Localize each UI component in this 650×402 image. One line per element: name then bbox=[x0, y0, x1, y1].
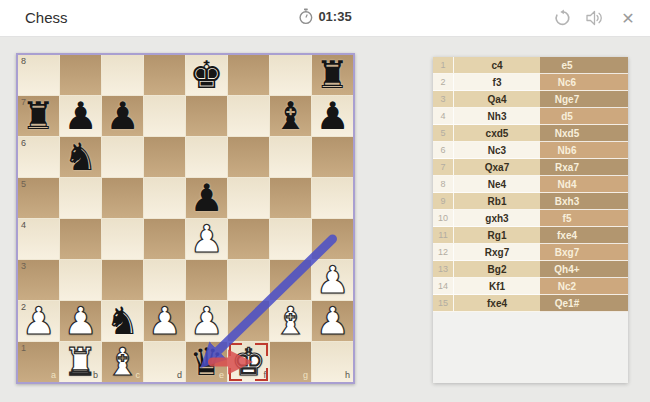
square-c4[interactable] bbox=[102, 219, 143, 259]
square-e6[interactable] bbox=[186, 137, 227, 177]
move-number: 7 bbox=[433, 159, 453, 176]
move-row: 7Qxa7Rxa7 bbox=[433, 159, 628, 176]
black-move[interactable]: Qh4+ bbox=[540, 261, 628, 278]
white-king[interactable]: ♚ bbox=[231, 342, 265, 382]
black-rook[interactable]: ♜ bbox=[315, 55, 349, 95]
square-e2[interactable]: ♟ bbox=[186, 301, 227, 341]
square-d8[interactable] bbox=[144, 55, 185, 95]
move-list: 1c4e52f3Nc63Qa4Nge74Nh3d55cxd5Nxd56Nc3Nb… bbox=[433, 57, 628, 312]
move-row: 12Rxg7Bxg7 bbox=[433, 244, 628, 261]
black-move[interactable]: Nc6 bbox=[540, 74, 628, 91]
square-f1[interactable]: f♚ bbox=[228, 342, 269, 382]
square-h8[interactable]: ♜ bbox=[312, 55, 353, 95]
move-row: 3Qa4Nge7 bbox=[433, 91, 628, 108]
square-a5[interactable]: 5 bbox=[18, 178, 59, 218]
rank-label: 1 bbox=[21, 344, 26, 353]
white-move[interactable]: Nc3 bbox=[453, 142, 540, 159]
move-number: 3 bbox=[433, 91, 453, 108]
chess-board: 8♚♜7♜♟♟♝♟6♞5♟4♟3♟2♟♟♞♟♟♝♟1ab♜c♝de♛f♚gh bbox=[16, 53, 355, 384]
move-row: 8Ne4Nd4 bbox=[433, 176, 628, 193]
white-move[interactable]: Rb1 bbox=[453, 193, 540, 210]
square-d3[interactable] bbox=[144, 260, 185, 300]
header: Chess 01:35 bbox=[0, 0, 650, 37]
move-number: 10 bbox=[433, 210, 453, 227]
square-f6[interactable] bbox=[228, 137, 269, 177]
file-label: h bbox=[345, 371, 350, 380]
black-king[interactable]: ♚ bbox=[189, 55, 223, 95]
move-number: 11 bbox=[433, 227, 453, 244]
square-f7[interactable] bbox=[228, 96, 269, 136]
square-f8[interactable] bbox=[228, 55, 269, 95]
move-number: 5 bbox=[433, 125, 453, 142]
black-knight[interactable]: ♞ bbox=[105, 301, 139, 341]
white-pawn[interactable]: ♟ bbox=[189, 301, 223, 341]
black-knight[interactable]: ♞ bbox=[63, 137, 97, 177]
square-c1[interactable]: c♝ bbox=[102, 342, 143, 382]
square-b1[interactable]: b♜ bbox=[60, 342, 101, 382]
move-row: 11Rg1fxe4 bbox=[433, 227, 628, 244]
square-h1[interactable]: h bbox=[312, 342, 353, 382]
move-row: 1c4e5 bbox=[433, 57, 628, 74]
white-move[interactable]: f3 bbox=[453, 74, 540, 91]
square-e3[interactable] bbox=[186, 260, 227, 300]
white-pawn[interactable]: ♟ bbox=[147, 301, 181, 341]
square-g1[interactable]: g bbox=[270, 342, 311, 382]
file-label: d bbox=[177, 371, 182, 380]
square-h2[interactable]: ♟ bbox=[312, 301, 353, 341]
square-g8[interactable] bbox=[270, 55, 311, 95]
square-a1[interactable]: 1a bbox=[18, 342, 59, 382]
white-pawn[interactable]: ♟ bbox=[189, 219, 223, 259]
white-move[interactable]: Qxa7 bbox=[453, 159, 540, 176]
rank-label: 4 bbox=[21, 221, 26, 230]
square-c5[interactable] bbox=[102, 178, 143, 218]
square-g7[interactable]: ♝ bbox=[270, 96, 311, 136]
square-b4[interactable] bbox=[60, 219, 101, 259]
timer: 01:35 bbox=[298, 8, 351, 25]
square-a4[interactable]: 4 bbox=[18, 219, 59, 259]
square-b2[interactable]: ♟ bbox=[60, 301, 101, 341]
move-number: 2 bbox=[433, 74, 453, 91]
square-c7[interactable]: ♟ bbox=[102, 96, 143, 136]
restart-icon bbox=[553, 9, 571, 27]
file-label: a bbox=[51, 371, 56, 380]
move-list-panel: 1c4e52f3Nc63Qa4Nge74Nh3d55cxd5Nxd56Nc3Nb… bbox=[433, 57, 628, 383]
square-e4[interactable]: ♟ bbox=[186, 219, 227, 259]
move-number: 1 bbox=[433, 57, 453, 74]
move-number: 9 bbox=[433, 193, 453, 210]
restart-button[interactable] bbox=[552, 8, 572, 28]
square-f4[interactable] bbox=[228, 219, 269, 259]
square-b7[interactable]: ♟ bbox=[60, 96, 101, 136]
rank-label: 8 bbox=[21, 57, 26, 66]
square-a6[interactable]: 6 bbox=[18, 137, 59, 177]
black-bishop[interactable]: ♝ bbox=[273, 96, 307, 136]
square-a7[interactable]: 7♜ bbox=[18, 96, 59, 136]
white-pawn[interactable]: ♟ bbox=[315, 260, 349, 300]
square-c3[interactable] bbox=[102, 260, 143, 300]
move-row: 15fxe4Qe1# bbox=[433, 295, 628, 312]
square-c6[interactable] bbox=[102, 137, 143, 177]
white-move[interactable]: Bg2 bbox=[453, 261, 540, 278]
white-bishop[interactable]: ♝ bbox=[105, 342, 139, 382]
black-move[interactable]: Nd4 bbox=[540, 176, 628, 193]
stopwatch-icon bbox=[298, 8, 313, 25]
square-d7[interactable] bbox=[144, 96, 185, 136]
square-b8[interactable] bbox=[60, 55, 101, 95]
square-a8[interactable]: 8 bbox=[18, 55, 59, 95]
square-b3[interactable] bbox=[60, 260, 101, 300]
black-rook[interactable]: ♜ bbox=[21, 96, 55, 136]
move-number: 8 bbox=[433, 176, 453, 193]
move-row: 2f3Nc6 bbox=[433, 74, 628, 91]
square-h3[interactable]: ♟ bbox=[312, 260, 353, 300]
square-h5[interactable] bbox=[312, 178, 353, 218]
square-e8[interactable]: ♚ bbox=[186, 55, 227, 95]
move-row: 13Bg2Qh4+ bbox=[433, 261, 628, 278]
square-b6[interactable]: ♞ bbox=[60, 137, 101, 177]
close-button[interactable]: ✕ bbox=[618, 8, 638, 28]
white-move[interactable]: Ne4 bbox=[453, 176, 540, 193]
white-move[interactable]: Nh3 bbox=[453, 108, 540, 125]
move-row: 10gxh3f5 bbox=[433, 210, 628, 227]
black-move[interactable]: d5 bbox=[540, 108, 628, 125]
sound-button[interactable] bbox=[585, 8, 605, 28]
square-g5[interactable] bbox=[270, 178, 311, 218]
square-h7[interactable]: ♟ bbox=[312, 96, 353, 136]
black-move[interactable]: Nge7 bbox=[540, 91, 628, 108]
black-queen[interactable]: ♛ bbox=[189, 342, 223, 382]
square-d4[interactable] bbox=[144, 219, 185, 259]
move-number: 4 bbox=[433, 108, 453, 125]
black-move[interactable]: fxe4 bbox=[540, 227, 628, 244]
sound-on-icon bbox=[586, 10, 605, 26]
white-move[interactable]: Kf1 bbox=[453, 278, 540, 295]
square-h4[interactable] bbox=[312, 219, 353, 259]
square-b5[interactable] bbox=[60, 178, 101, 218]
black-move[interactable]: Nb6 bbox=[540, 142, 628, 159]
black-move[interactable]: Nxd5 bbox=[540, 125, 628, 142]
rank-label: 5 bbox=[21, 180, 26, 189]
black-move[interactable]: Bxg7 bbox=[540, 244, 628, 261]
square-a3[interactable]: 3 bbox=[18, 260, 59, 300]
black-move[interactable]: e5 bbox=[540, 57, 628, 74]
move-row: 4Nh3d5 bbox=[433, 108, 628, 125]
square-d1[interactable]: d bbox=[144, 342, 185, 382]
black-move[interactable]: Rxa7 bbox=[540, 159, 628, 176]
square-f5[interactable] bbox=[228, 178, 269, 218]
white-move[interactable]: fxe4 bbox=[453, 295, 540, 312]
timer-value: 01:35 bbox=[318, 9, 351, 24]
square-g6[interactable] bbox=[270, 137, 311, 177]
file-label: g bbox=[303, 371, 308, 380]
black-pawn[interactable]: ♟ bbox=[189, 178, 223, 218]
black-pawn[interactable]: ♟ bbox=[105, 96, 139, 136]
square-g4[interactable] bbox=[270, 219, 311, 259]
rank-label: 6 bbox=[21, 139, 26, 148]
square-h6[interactable] bbox=[312, 137, 353, 177]
square-c8[interactable] bbox=[102, 55, 143, 95]
rank-label: 3 bbox=[21, 262, 26, 271]
square-f3[interactable] bbox=[228, 260, 269, 300]
black-move[interactable]: f5 bbox=[540, 210, 628, 227]
move-row: 9Rb1Bxh3 bbox=[433, 193, 628, 210]
square-c2[interactable]: ♞ bbox=[102, 301, 143, 341]
white-move[interactable]: Rxg7 bbox=[453, 244, 540, 261]
move-number: 6 bbox=[433, 142, 453, 159]
white-move[interactable]: gxh3 bbox=[453, 210, 540, 227]
move-number: 12 bbox=[433, 244, 453, 261]
black-pawn[interactable]: ♟ bbox=[63, 96, 97, 136]
white-move[interactable]: c4 bbox=[453, 57, 540, 74]
white-pawn[interactable]: ♟ bbox=[21, 301, 55, 341]
black-move[interactable]: Nc2 bbox=[540, 278, 628, 295]
white-rook[interactable]: ♜ bbox=[63, 342, 97, 382]
black-pawn[interactable]: ♟ bbox=[315, 96, 349, 136]
square-g2[interactable]: ♝ bbox=[270, 301, 311, 341]
square-e5[interactable]: ♟ bbox=[186, 178, 227, 218]
app-window: Chess 01:35 bbox=[0, 0, 650, 402]
square-a2[interactable]: 2♟ bbox=[18, 301, 59, 341]
white-pawn[interactable]: ♟ bbox=[63, 301, 97, 341]
move-row: 5cxd5Nxd5 bbox=[433, 125, 628, 142]
move-number: 13 bbox=[433, 261, 453, 278]
white-pawn[interactable]: ♟ bbox=[315, 301, 349, 341]
square-g3[interactable] bbox=[270, 260, 311, 300]
move-row: 6Nc3Nb6 bbox=[433, 142, 628, 159]
move-row: 14Kf1Nc2 bbox=[433, 278, 628, 295]
white-move[interactable]: Qa4 bbox=[453, 91, 540, 108]
square-e7[interactable] bbox=[186, 96, 227, 136]
square-d2[interactable]: ♟ bbox=[144, 301, 185, 341]
black-move[interactable]: Bxh3 bbox=[540, 193, 628, 210]
white-bishop[interactable]: ♝ bbox=[273, 301, 307, 341]
move-number: 15 bbox=[433, 295, 453, 312]
header-actions: ✕ bbox=[552, 8, 638, 28]
board-grid: 8♚♜7♜♟♟♝♟6♞5♟4♟3♟2♟♟♞♟♟♝♟1ab♜c♝de♛f♚gh bbox=[18, 55, 353, 382]
page-title: Chess bbox=[25, 9, 68, 26]
square-d5[interactable] bbox=[144, 178, 185, 218]
white-move[interactable]: cxd5 bbox=[453, 125, 540, 142]
black-move[interactable]: Qe1# bbox=[540, 295, 628, 312]
square-d6[interactable] bbox=[144, 137, 185, 177]
square-e1[interactable]: e♛ bbox=[186, 342, 227, 382]
white-move[interactable]: Rg1 bbox=[453, 227, 540, 244]
move-number: 14 bbox=[433, 278, 453, 295]
square-f2[interactable] bbox=[228, 301, 269, 341]
